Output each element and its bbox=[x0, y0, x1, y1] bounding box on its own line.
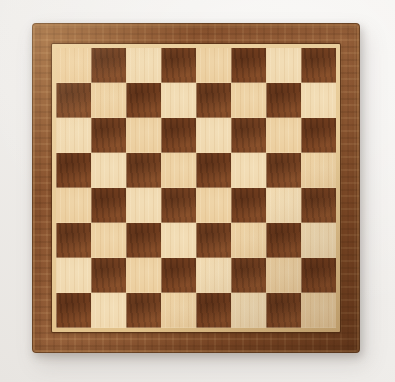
square-g8[interactable] bbox=[266, 48, 301, 83]
square-a2[interactable] bbox=[56, 258, 91, 293]
square-e8[interactable] bbox=[196, 48, 231, 83]
square-a4[interactable] bbox=[56, 188, 91, 223]
square-d3[interactable] bbox=[161, 223, 196, 258]
square-c6[interactable] bbox=[126, 118, 161, 153]
square-g1[interactable] bbox=[266, 293, 301, 328]
square-g3[interactable] bbox=[266, 223, 301, 258]
board-mat bbox=[52, 44, 340, 332]
square-b1[interactable] bbox=[91, 293, 126, 328]
square-h2[interactable] bbox=[301, 258, 336, 293]
chess-board bbox=[32, 23, 360, 353]
square-a6[interactable] bbox=[56, 118, 91, 153]
square-e6[interactable] bbox=[196, 118, 231, 153]
square-h6[interactable] bbox=[301, 118, 336, 153]
square-h3[interactable] bbox=[301, 223, 336, 258]
square-h4[interactable] bbox=[301, 188, 336, 223]
square-d4[interactable] bbox=[161, 188, 196, 223]
square-a8[interactable] bbox=[56, 48, 91, 83]
square-c5[interactable] bbox=[126, 153, 161, 188]
square-f4[interactable] bbox=[231, 188, 266, 223]
square-a1[interactable] bbox=[56, 293, 91, 328]
square-d1[interactable] bbox=[161, 293, 196, 328]
square-f6[interactable] bbox=[231, 118, 266, 153]
square-e5[interactable] bbox=[196, 153, 231, 188]
wall-background bbox=[0, 0, 395, 382]
square-f2[interactable] bbox=[231, 258, 266, 293]
square-d5[interactable] bbox=[161, 153, 196, 188]
square-b7[interactable] bbox=[91, 83, 126, 118]
square-c1[interactable] bbox=[126, 293, 161, 328]
square-f1[interactable] bbox=[231, 293, 266, 328]
square-b6[interactable] bbox=[91, 118, 126, 153]
square-g7[interactable] bbox=[266, 83, 301, 118]
square-d2[interactable] bbox=[161, 258, 196, 293]
square-f5[interactable] bbox=[231, 153, 266, 188]
square-e7[interactable] bbox=[196, 83, 231, 118]
square-h5[interactable] bbox=[301, 153, 336, 188]
square-g5[interactable] bbox=[266, 153, 301, 188]
square-e2[interactable] bbox=[196, 258, 231, 293]
square-h1[interactable] bbox=[301, 293, 336, 328]
square-a5[interactable] bbox=[56, 153, 91, 188]
square-c2[interactable] bbox=[126, 258, 161, 293]
square-g2[interactable] bbox=[266, 258, 301, 293]
square-f7[interactable] bbox=[231, 83, 266, 118]
square-d7[interactable] bbox=[161, 83, 196, 118]
square-f8[interactable] bbox=[231, 48, 266, 83]
square-h7[interactable] bbox=[301, 83, 336, 118]
square-e4[interactable] bbox=[196, 188, 231, 223]
square-c7[interactable] bbox=[126, 83, 161, 118]
square-d8[interactable] bbox=[161, 48, 196, 83]
square-d6[interactable] bbox=[161, 118, 196, 153]
square-h8[interactable] bbox=[301, 48, 336, 83]
square-a7[interactable] bbox=[56, 83, 91, 118]
board-grid bbox=[56, 48, 336, 328]
square-e3[interactable] bbox=[196, 223, 231, 258]
square-g6[interactable] bbox=[266, 118, 301, 153]
square-b8[interactable] bbox=[91, 48, 126, 83]
square-e1[interactable] bbox=[196, 293, 231, 328]
square-f3[interactable] bbox=[231, 223, 266, 258]
square-c4[interactable] bbox=[126, 188, 161, 223]
square-c3[interactable] bbox=[126, 223, 161, 258]
square-b5[interactable] bbox=[91, 153, 126, 188]
square-c8[interactable] bbox=[126, 48, 161, 83]
square-b4[interactable] bbox=[91, 188, 126, 223]
square-g4[interactable] bbox=[266, 188, 301, 223]
square-b3[interactable] bbox=[91, 223, 126, 258]
square-a3[interactable] bbox=[56, 223, 91, 258]
square-b2[interactable] bbox=[91, 258, 126, 293]
